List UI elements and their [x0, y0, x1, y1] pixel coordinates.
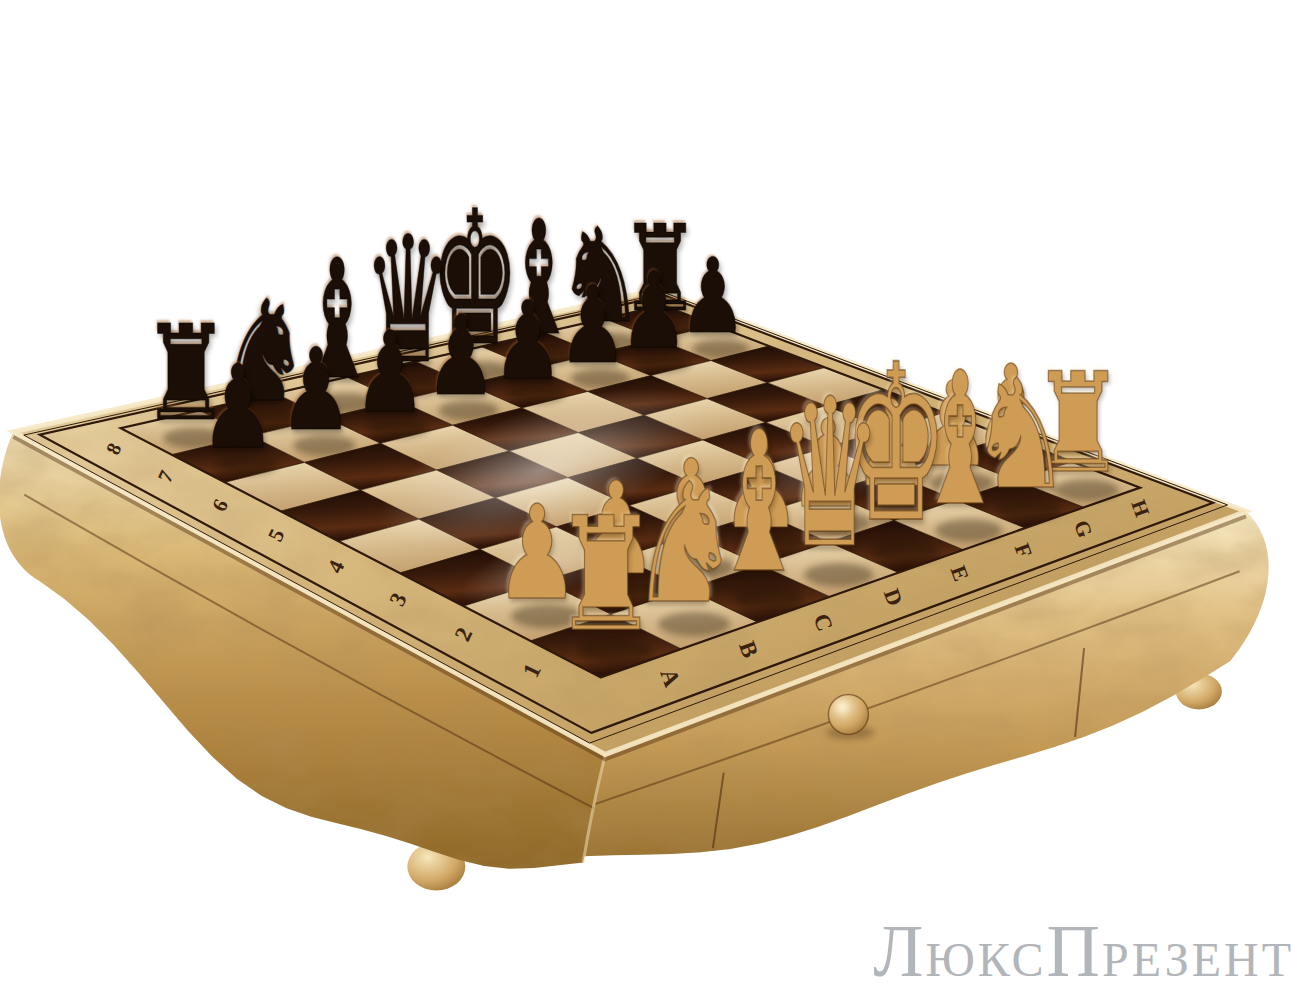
piece-shadow — [571, 368, 630, 388]
piece-shadow — [640, 319, 696, 338]
piece-shadow — [163, 428, 225, 449]
piece-shadow — [293, 435, 355, 456]
piece-shadow — [868, 491, 933, 513]
piece-shadow — [386, 377, 445, 397]
piece-shadow — [736, 533, 804, 556]
piece-shadow — [368, 417, 429, 437]
watermark-part: резент — [1102, 933, 1294, 986]
piece-shadow — [453, 361, 511, 380]
piece-shadow — [996, 499, 1062, 521]
drawer-knob — [828, 694, 868, 734]
piece-shadow — [439, 400, 499, 420]
piece-shadow — [590, 579, 660, 602]
watermark-part: юкс — [925, 933, 1046, 986]
piece-shadow — [692, 339, 749, 358]
piece-shadow — [241, 410, 302, 430]
piece-shadow — [665, 556, 734, 579]
piece-shadow — [580, 332, 637, 351]
piece-shadow — [935, 519, 1002, 541]
scene-svg: ABCDEFGH12345678 — [0, 0, 1300, 1000]
piece-shadow — [518, 346, 575, 365]
piece-shadow — [804, 512, 870, 534]
piece-shadow — [633, 353, 691, 372]
knob-highlight — [837, 702, 848, 713]
piece-shadow — [511, 604, 583, 628]
watermark-part: П — [1047, 910, 1102, 992]
watermark: ЛюксПрезент — [873, 909, 1294, 994]
watermark-part: Л — [873, 910, 925, 992]
piece-shadow — [579, 639, 652, 663]
piece-shadow — [215, 454, 278, 475]
piece-shadow — [315, 393, 375, 413]
piece-shadow — [506, 384, 565, 404]
piece-shadow — [871, 541, 939, 564]
piece-shadow — [804, 563, 873, 586]
piece-shadow — [733, 587, 804, 611]
piece-shadow — [988, 454, 1051, 475]
piece-shadow — [658, 612, 730, 636]
piece-shadow — [930, 472, 994, 493]
piece-shadow — [1054, 479, 1119, 501]
photo-stage: ABCDEFGH12345678 ♜♞♝♛♚♝♞♜♟♟♟♟♟♟♟♟♟♟♟♟♟♟♟… — [0, 0, 1300, 1000]
